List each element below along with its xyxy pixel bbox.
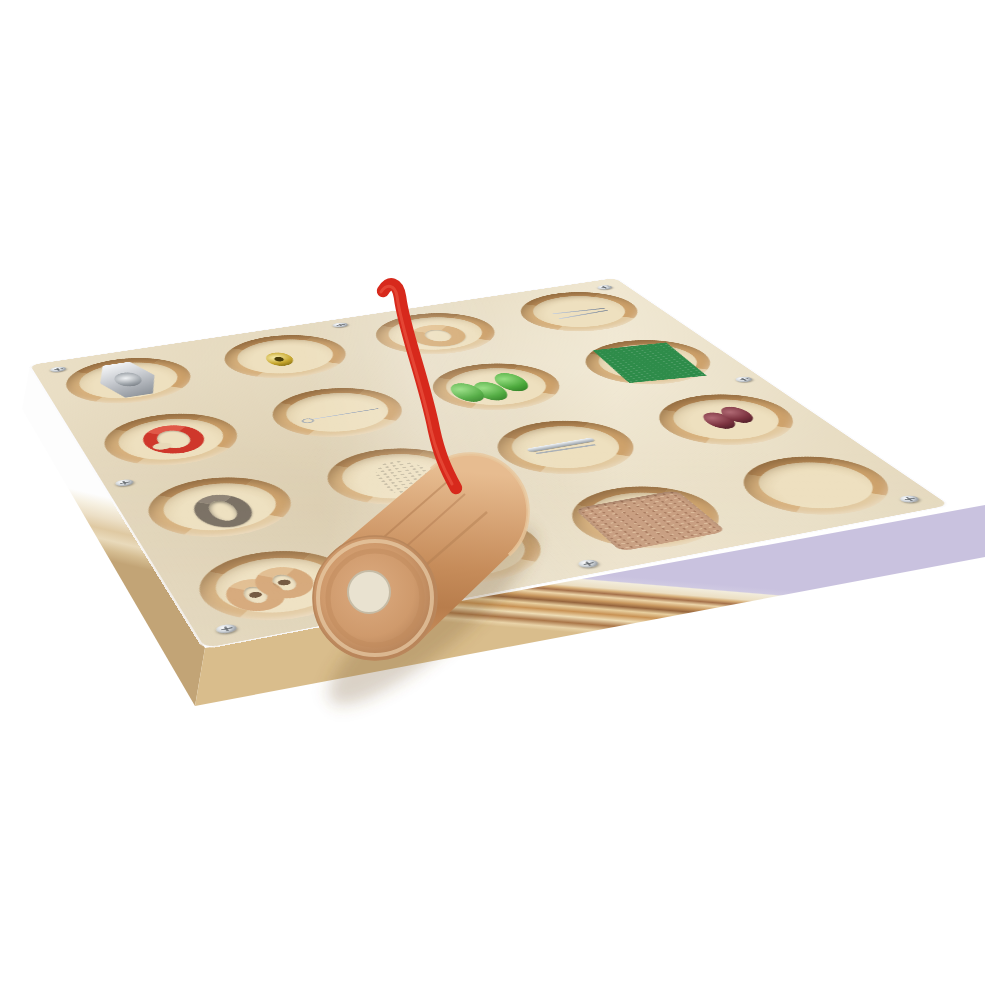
- magnet-plug: [348, 571, 390, 613]
- cylinder-wand[interactable]: [313, 454, 528, 660]
- product-photo-stage: [0, 0, 1000, 1000]
- wand-overlay: [0, 0, 1000, 1000]
- red-cord[interactable]: [381, 284, 456, 488]
